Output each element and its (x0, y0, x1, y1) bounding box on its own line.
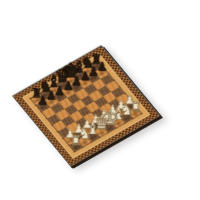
chess-board: ♜♞♝♚♛♝♞♜♟♟♟♟♟♟♟♟♟♟♟♟♟♟♟♟♜♞♝♚♛♝♞♜ (12, 45, 160, 167)
chess-set-photo: ♜♞♝♚♛♝♞♜♟♟♟♟♟♟♟♟♟♟♟♟♟♟♟♟♜♞♝♚♛♝♞♜ (0, 0, 200, 200)
pieces-layer: ♜♞♝♚♛♝♞♜♟♟♟♟♟♟♟♟♟♟♟♟♟♟♟♟♜♞♝♚♛♝♞♜ (30, 60, 142, 152)
